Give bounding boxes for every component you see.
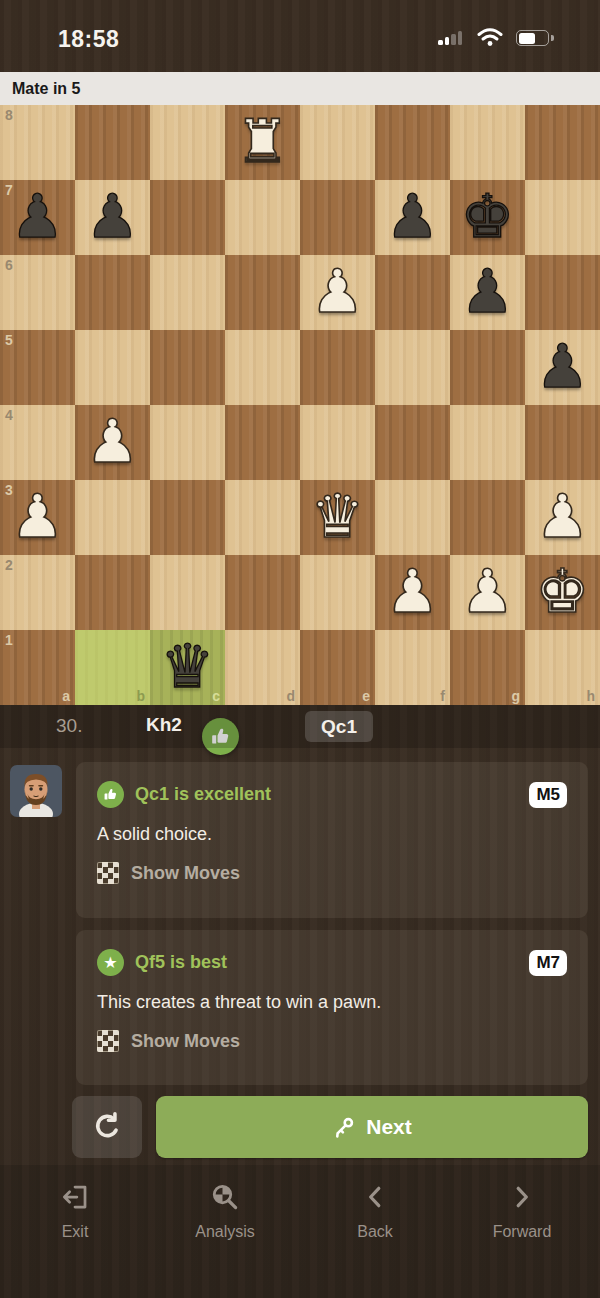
- square-g2[interactable]: ♟: [450, 555, 525, 630]
- square-e1[interactable]: e: [300, 630, 375, 705]
- square-d8[interactable]: ♜: [225, 105, 300, 180]
- wifi-icon: [477, 28, 503, 51]
- piece-white-pawn-a3[interactable]: ♟: [0, 480, 75, 555]
- clock-time: 18:58: [58, 26, 119, 53]
- exit-door-icon: [20, 1179, 130, 1215]
- square-e2[interactable]: [300, 555, 375, 630]
- square-d5[interactable]: [225, 330, 300, 405]
- square-a5[interactable]: 5: [0, 330, 75, 405]
- square-f5[interactable]: [375, 330, 450, 405]
- square-e5[interactable]: [300, 330, 375, 405]
- piece-white-king-h2[interactable]: ♚: [525, 555, 600, 630]
- retry-icon: [90, 1110, 124, 1144]
- square-a6[interactable]: 6: [0, 255, 75, 330]
- thumbs-up-icon: [97, 781, 124, 808]
- chevron-right-icon: [467, 1179, 577, 1215]
- file-label-g: g: [511, 688, 520, 704]
- square-b4[interactable]: ♟: [75, 405, 150, 480]
- show-moves-button-2[interactable]: Show Moves: [97, 1030, 567, 1052]
- piece-black-pawn-h5[interactable]: ♟: [525, 330, 600, 405]
- square-a2[interactable]: 2: [0, 555, 75, 630]
- square-c7[interactable]: [150, 180, 225, 255]
- square-b1[interactable]: b: [75, 630, 150, 705]
- square-d3[interactable]: [225, 480, 300, 555]
- show-moves-button-1[interactable]: Show Moves: [97, 862, 567, 884]
- square-h3[interactable]: ♟: [525, 480, 600, 555]
- square-b6[interactable]: [75, 255, 150, 330]
- bottom-nav-bar: Exit Analysis Back: [0, 1165, 600, 1298]
- battery-icon: [516, 30, 556, 46]
- square-g4[interactable]: [450, 405, 525, 480]
- best-move-star-icon: ★: [97, 949, 124, 976]
- mate-in-badge: M7: [529, 950, 567, 976]
- square-a7[interactable]: 7♟: [0, 180, 75, 255]
- square-b8[interactable]: [75, 105, 150, 180]
- nav-back-button[interactable]: Back: [320, 1179, 430, 1241]
- square-d6[interactable]: [225, 255, 300, 330]
- square-d4[interactable]: [225, 405, 300, 480]
- played-move-comment: A solid choice.: [97, 824, 567, 845]
- coach-avatar[interactable]: [10, 765, 62, 817]
- square-h1[interactable]: h: [525, 630, 600, 705]
- square-c2[interactable]: [150, 555, 225, 630]
- rank-label-4: 4: [5, 407, 13, 423]
- square-g1[interactable]: g: [450, 630, 525, 705]
- square-c6[interactable]: [150, 255, 225, 330]
- move-number: 30.: [56, 715, 82, 737]
- piece-white-pawn-b4[interactable]: ♟: [75, 405, 150, 480]
- piece-black-pawn-f7[interactable]: ♟: [375, 180, 450, 255]
- square-d7[interactable]: [225, 180, 300, 255]
- file-label-e: e: [362, 688, 370, 704]
- best-move-comment: This creates a threat to win a pawn.: [97, 992, 567, 1013]
- nav-analysis-button[interactable]: Analysis: [170, 1179, 280, 1241]
- square-f2[interactable]: ♟: [375, 555, 450, 630]
- square-c3[interactable]: [150, 480, 225, 555]
- square-a1[interactable]: 1a: [0, 630, 75, 705]
- rank-label-6: 6: [5, 257, 13, 273]
- square-g8[interactable]: [450, 105, 525, 180]
- move-list-row: 30. Kh2 Qc1: [0, 705, 600, 748]
- piece-black-queen-c1[interactable]: ♛: [150, 630, 225, 705]
- square-g6[interactable]: ♟: [450, 255, 525, 330]
- feedback-card-played-move: Qc1 is excellent M5 A solid choice. Show…: [76, 762, 588, 918]
- analysis-magnifier-icon: [170, 1179, 280, 1215]
- piece-black-king-g7[interactable]: ♚: [450, 180, 525, 255]
- cellular-signal-icon: [438, 31, 468, 45]
- puzzle-header-bar: Mate in 5: [0, 72, 600, 105]
- puzzle-screen: 18:58 Mate in 5 8♜7♟♟♟♚6♟♟5♟4♟3♟♛♟2♟♟♚1a…: [0, 0, 600, 1298]
- move-white-san[interactable]: Kh2: [146, 714, 182, 736]
- file-label-h: h: [586, 688, 595, 704]
- square-h2[interactable]: ♚: [525, 555, 600, 630]
- piece-white-pawn-f2[interactable]: ♟: [375, 555, 450, 630]
- rank-label-1: 1: [5, 632, 13, 648]
- square-d2[interactable]: [225, 555, 300, 630]
- square-c1[interactable]: c♛: [150, 630, 225, 705]
- square-c4[interactable]: [150, 405, 225, 480]
- square-e6[interactable]: ♟: [300, 255, 375, 330]
- file-label-f: f: [440, 688, 445, 704]
- square-b7[interactable]: ♟: [75, 180, 150, 255]
- file-label-a: a: [62, 688, 70, 704]
- square-a8[interactable]: 8: [0, 105, 75, 180]
- square-e4[interactable]: [300, 405, 375, 480]
- piece-black-pawn-g6[interactable]: ♟: [450, 255, 525, 330]
- square-b2[interactable]: [75, 555, 150, 630]
- square-f1[interactable]: f: [375, 630, 450, 705]
- retry-button[interactable]: [72, 1096, 142, 1158]
- square-f7[interactable]: ♟: [375, 180, 450, 255]
- square-f3[interactable]: [375, 480, 450, 555]
- file-label-b: b: [136, 688, 145, 704]
- square-g3[interactable]: [450, 480, 525, 555]
- square-c5[interactable]: [150, 330, 225, 405]
- square-b5[interactable]: [75, 330, 150, 405]
- chevron-left-icon: [320, 1179, 430, 1215]
- square-g5[interactable]: [450, 330, 525, 405]
- rank-label-2: 2: [5, 557, 13, 573]
- mate-in-badge: M5: [529, 782, 567, 808]
- square-g7[interactable]: ♚: [450, 180, 525, 255]
- square-b3[interactable]: [75, 480, 150, 555]
- square-h6[interactable]: [525, 255, 600, 330]
- piece-white-pawn-e6[interactable]: ♟: [300, 255, 375, 330]
- status-bar: 18:58: [0, 0, 600, 72]
- best-move-verdict: Qf5 is best: [135, 952, 529, 973]
- square-a3[interactable]: 3♟: [0, 480, 75, 555]
- square-h5[interactable]: ♟: [525, 330, 600, 405]
- piece-white-pawn-g2[interactable]: ♟: [450, 555, 525, 630]
- piece-white-pawn-h3[interactable]: ♟: [525, 480, 600, 555]
- mini-board-icon: [97, 862, 119, 884]
- square-f4[interactable]: [375, 405, 450, 480]
- piece-black-pawn-a7[interactable]: ♟: [0, 180, 75, 255]
- chess-board: 8♜7♟♟♟♚6♟♟5♟4♟3♟♛♟2♟♟♚1abc♛defgh: [0, 105, 600, 705]
- rank-label-5: 5: [5, 332, 13, 348]
- feedback-card-best-move: ★ Qf5 is best M7 This creates a threat t…: [76, 930, 588, 1085]
- played-move-verdict: Qc1 is excellent: [135, 784, 529, 805]
- next-button[interactable]: Next: [156, 1096, 588, 1158]
- square-h4[interactable]: [525, 405, 600, 480]
- puzzle-title: Mate in 5: [12, 80, 80, 98]
- nav-forward-button[interactable]: Forward: [467, 1179, 577, 1241]
- square-a4[interactable]: 4: [0, 405, 75, 480]
- nav-exit-button[interactable]: Exit: [20, 1179, 130, 1241]
- mini-board-icon: [97, 1030, 119, 1052]
- file-label-d: d: [286, 688, 295, 704]
- key-icon: [332, 1115, 356, 1139]
- piece-white-rook-d8[interactable]: ♜: [225, 105, 300, 180]
- square-e8[interactable]: [300, 105, 375, 180]
- square-h8[interactable]: [525, 105, 600, 180]
- square-d1[interactable]: d: [225, 630, 300, 705]
- square-f8[interactable]: [375, 105, 450, 180]
- square-e7[interactable]: [300, 180, 375, 255]
- square-e3[interactable]: ♛: [300, 480, 375, 555]
- square-c8[interactable]: [150, 105, 225, 180]
- piece-white-queen-e3[interactable]: ♛: [300, 480, 375, 555]
- piece-black-pawn-b7[interactable]: ♟: [75, 180, 150, 255]
- move-black-san-selected[interactable]: Qc1: [305, 711, 373, 742]
- square-h7[interactable]: [525, 180, 600, 255]
- rank-label-8: 8: [5, 107, 13, 123]
- square-f6[interactable]: [375, 255, 450, 330]
